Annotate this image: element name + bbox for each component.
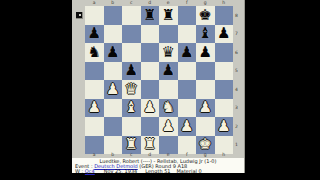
square-e7 [159,25,178,44]
game-material: Material 0 [177,168,202,174]
square-c7 [122,25,141,44]
black-pawn-e5: ♟ [162,63,175,78]
square-h4 [215,80,234,99]
square-e8: ♜ [159,6,178,25]
black-pawn-h7: ♟ [217,26,230,41]
square-a3: ♟ [85,99,104,118]
square-f4 [178,80,197,99]
rank-label-8: 8 [234,6,244,25]
square-c8 [122,6,141,25]
board-grid: ♜♜♚♟♝♟♞♟♛♟♟♟♟♟♛♟♝♟♞♟♟♟♟♜♜♚ [85,6,233,154]
black-king-g8: ♚ [199,7,212,22]
white-rook-c1: ♜ [125,137,138,152]
square-a8 [85,6,104,25]
rank-labels-right: 87654321 [234,6,244,154]
square-h6 [215,43,234,62]
black-pawn-g6: ♟ [199,44,212,59]
square-e4 [159,80,178,99]
square-d7 [141,25,160,44]
square-g3: ♟ [196,99,215,118]
square-g4 [196,80,215,99]
square-a2 [85,117,104,136]
square-c5: ♟ [122,62,141,81]
square-f8 [178,6,197,25]
square-f5 [178,62,197,81]
square-d5 [141,62,160,81]
square-h7: ♟ [215,25,234,44]
white-pawn-h2: ♟ [217,118,230,133]
white-pawn-b4: ♟ [106,81,119,96]
square-h8 [215,6,234,25]
black-to-move-indicator [76,12,83,19]
square-b4: ♟ [104,80,123,99]
rank-label-5: 5 [234,62,244,81]
square-f7 [178,25,197,44]
square-d8: ♜ [141,6,160,25]
square-g8: ♚ [196,6,215,25]
square-b7 [104,25,123,44]
black-rook-d8: ♜ [143,7,156,22]
square-g2 [196,117,215,136]
square-f2: ♟ [178,117,197,136]
board-frame: abcdefgh ♜♜♚♟♝♟♞♟♛♟♟♟♟♟♛♟♝♟♞♟♟♟♟♜♜♚ 8765… [72,0,245,158]
caption-panel: Luedtke, Robert (----) - Rellstab, Ludwi… [72,158,245,173]
rank-label-3: 3 [234,99,244,118]
square-h2: ♟ [215,117,234,136]
square-g7: ♝ [196,25,215,44]
square-h3 [215,99,234,118]
square-e6: ♛ [159,43,178,62]
square-g5 [196,62,215,81]
video-frame: abcdefgh ♜♜♚♟♝♟♞♟♛♟♟♟♟♟♛♟♝♟♞♟♟♟♟♜♜♚ 8765… [0,0,320,180]
square-c3: ♝ [122,99,141,118]
white-queen-c4: ♛ [125,81,138,96]
square-b2 [104,117,123,136]
black-knight-a6: ♞ [88,44,101,59]
square-d4 [141,80,160,99]
white-rook-d1: ♜ [143,137,156,152]
square-c6 [122,43,141,62]
black-pawn-a7: ♟ [88,26,101,41]
move-label: W : [75,168,85,174]
square-f3 [178,99,197,118]
square-e2: ♟ [159,117,178,136]
square-d6 [141,43,160,62]
square-g6: ♟ [196,43,215,62]
black-pawn-c5: ♟ [125,63,138,78]
last-move[interactable]: Qc4 [85,168,95,174]
white-pawn-e2: ♟ [162,118,175,133]
white-pawn-f2: ♟ [180,118,193,133]
rank-label-2: 2 [234,117,244,136]
rank-label-6: 6 [234,43,244,62]
black-queen-e6: ♛ [162,44,175,59]
rank-label-1: 1 [234,136,244,155]
square-b5 [104,62,123,81]
white-pawn-d3: ♟ [143,100,156,115]
rank-label-4: 4 [234,80,244,99]
game-length: Length 51 [145,168,170,174]
square-b8 [104,6,123,25]
rank-label-7: 7 [234,25,244,44]
square-c2 [122,117,141,136]
black-pawn-b6: ♟ [106,44,119,59]
square-h5 [215,62,234,81]
white-knight-e3: ♞ [162,100,175,115]
square-a6: ♞ [85,43,104,62]
square-f6: ♟ [178,43,197,62]
black-bishop-g7: ♝ [199,26,212,41]
square-a5 [85,62,104,81]
square-e3: ♞ [159,99,178,118]
square-a4 [85,80,104,99]
square-d2 [141,117,160,136]
square-d3: ♟ [141,99,160,118]
square-b6: ♟ [104,43,123,62]
white-pawn-g3: ♟ [199,100,212,115]
white-king-g1: ♚ [199,137,212,152]
square-e5: ♟ [159,62,178,81]
black-rook-e8: ♜ [162,7,175,22]
game-date: Nov 25, 1934 [104,168,138,174]
square-c4: ♛ [122,80,141,99]
square-a7: ♟ [85,25,104,44]
black-pawn-f6: ♟ [180,44,193,59]
white-pawn-a3: ♟ [88,100,101,115]
square-b3 [104,99,123,118]
white-bishop-c3: ♝ [125,100,138,115]
game-info-line: W : Qc4Nov 25, 1934Length 51Material 0 [72,169,244,174]
